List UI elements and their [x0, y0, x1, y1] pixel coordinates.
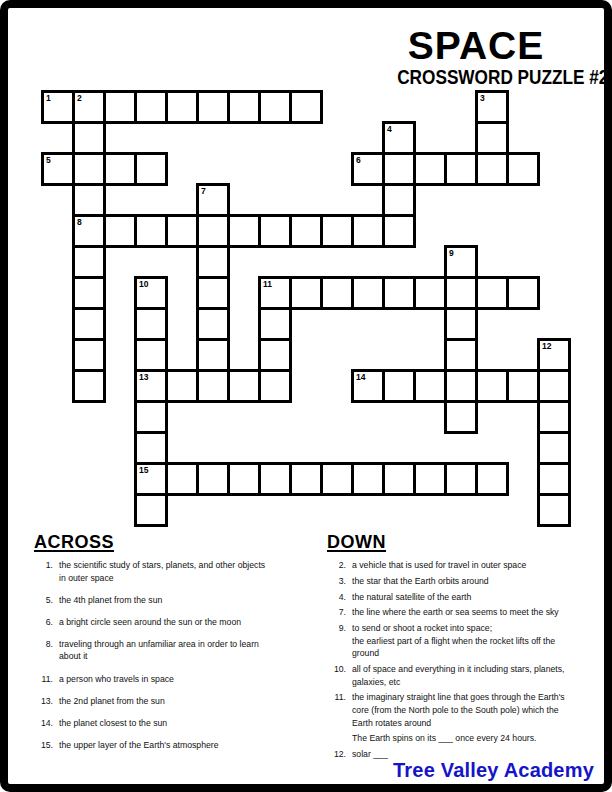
- down-heading: DOWN: [327, 533, 607, 552]
- clue-number: 12.: [325, 748, 346, 761]
- clue-number: 1.: [32, 559, 53, 572]
- grid-cell-r12c4[interactable]: [165, 462, 199, 496]
- clue-line: ground: [352, 647, 607, 660]
- grid-cell-r4c11[interactable]: [382, 214, 416, 248]
- grid-cell-r0c8[interactable]: [289, 90, 323, 124]
- grid-cell-r12c16[interactable]: [537, 462, 571, 496]
- clue-line: the imaginary straight line that goes th…: [352, 691, 607, 704]
- down-clues-list: 2.a vehicle that is used for travel in o…: [325, 559, 607, 761]
- grid-cell-r2c3[interactable]: [134, 152, 168, 186]
- grid-cell-r0c0[interactable]: 1: [41, 90, 75, 124]
- grid-cell-r9c1[interactable]: [72, 369, 106, 403]
- grid-cell-r6c11[interactable]: [382, 276, 416, 310]
- grid-cell-r2c11[interactable]: [382, 152, 416, 186]
- grid-cell-r8c13[interactable]: [444, 338, 478, 372]
- down-clue-9: 9.to send or shoot a rocket into space;t…: [325, 622, 607, 660]
- grid-cell-r9c4[interactable]: [165, 369, 199, 403]
- grid-cell-r9c12[interactable]: [413, 369, 447, 403]
- cell-number-13: 13: [139, 372, 148, 382]
- clue-text: to send or shoot a rocket into space;the…: [352, 622, 607, 660]
- across-clue-11: 11.a person who travels in space: [32, 673, 326, 686]
- clue-line: a bright circle seen around the sun or t…: [59, 616, 326, 629]
- grid-cell-r0c7[interactable]: [258, 90, 292, 124]
- cell-number-1: 1: [46, 93, 51, 103]
- clue-number: 10.: [325, 663, 346, 676]
- page-title: SPACE: [380, 26, 572, 66]
- clue-text: a vehicle that is used for travel in out…: [352, 559, 607, 572]
- cell-number-7: 7: [201, 186, 206, 196]
- grid-cell-r6c7[interactable]: 11: [258, 276, 292, 310]
- clue-number: 14.: [32, 717, 53, 730]
- grid-cell-r5c1[interactable]: [72, 245, 106, 279]
- grid-cell-r6c10[interactable]: [351, 276, 385, 310]
- grid-cell-r6c12[interactable]: [413, 276, 447, 310]
- grid-cell-r10c3[interactable]: [134, 400, 168, 434]
- grid-cell-r9c7[interactable]: [258, 369, 292, 403]
- clue-line: the upper layer of the Earth's atmospher…: [59, 739, 326, 752]
- brand-text: Tree Valley Academy: [393, 759, 594, 782]
- grid-cell-r10c13[interactable]: [444, 400, 478, 434]
- cell-number-4: 4: [387, 124, 392, 134]
- across-clue-5: 5.the 4th planet from the sun: [32, 594, 326, 607]
- cell-number-12: 12: [542, 341, 551, 351]
- grid-cell-r6c1[interactable]: [72, 276, 106, 310]
- clue-number: 11.: [325, 691, 346, 704]
- grid-cell-r7c13[interactable]: [444, 307, 478, 341]
- grid-cell-r7c5[interactable]: [196, 307, 230, 341]
- grid-cell-r12c13[interactable]: [444, 462, 478, 496]
- grid-cell-r0c14[interactable]: 3: [475, 90, 509, 124]
- grid-cell-r8c7[interactable]: [258, 338, 292, 372]
- grid-cell-r3c1[interactable]: [72, 183, 106, 217]
- clue-number: 7.: [325, 606, 346, 619]
- clue-text: the scientific study of stars, planets, …: [59, 559, 326, 584]
- clue-note: The Earth spins on its ___ once every 24…: [352, 732, 607, 745]
- clue-number: 6.: [32, 616, 53, 629]
- grid-cell-r11c16[interactable]: [537, 431, 571, 465]
- clue-line: the star that the Earth orbits around: [352, 575, 607, 588]
- clue-line: the scientific study of stars, planets, …: [59, 559, 326, 572]
- down-clue-10: 10.all of space and everything in it inc…: [325, 663, 607, 688]
- grid-cell-r12c10[interactable]: [351, 462, 385, 496]
- clue-line: in outer space: [59, 572, 326, 585]
- grid-cell-r9c13[interactable]: [444, 369, 478, 403]
- down-clue-3: 3.the star that the Earth orbits around: [325, 575, 607, 588]
- clue-number: 3.: [325, 575, 346, 588]
- clue-text: all of space and everything in it includ…: [352, 663, 607, 688]
- across-section: ACROSS 1.the scientific study of stars, …: [32, 533, 326, 761]
- grid-cell-r8c1[interactable]: [72, 338, 106, 372]
- clue-number: 2.: [325, 559, 346, 572]
- grid-cell-r7c3[interactable]: [134, 307, 168, 341]
- cell-number-11: 11: [263, 279, 272, 289]
- across-heading: ACROSS: [34, 533, 326, 552]
- cell-number-3: 3: [480, 93, 485, 103]
- clue-text: the upper layer of the Earth's atmospher…: [59, 739, 326, 752]
- clue-line: galaxies, etc: [352, 676, 607, 689]
- grid-cell-r4c6[interactable]: [227, 214, 261, 248]
- clue-text: a person who travels in space: [59, 673, 326, 686]
- grid-cell-r2c14[interactable]: [475, 152, 509, 186]
- cell-number-6: 6: [356, 155, 361, 165]
- across-clue-6: 6.a bright circle seen around the sun or…: [32, 616, 326, 629]
- grid-cell-r9c10[interactable]: 14: [351, 369, 385, 403]
- down-clue-4: 4.the natural satellite of the earth: [325, 591, 607, 604]
- grid-cell-r4c4[interactable]: [165, 214, 199, 248]
- grid-cell-r12c7[interactable]: [258, 462, 292, 496]
- grid-cell-r6c15[interactable]: [506, 276, 540, 310]
- clue-line: the planet closest to the sun: [59, 717, 326, 730]
- cell-number-5: 5: [46, 155, 51, 165]
- down-clue-2: 2.a vehicle that is used for travel in o…: [325, 559, 607, 572]
- clue-line: all of space and everything in it includ…: [352, 663, 607, 676]
- grid-cell-r4c2[interactable]: [103, 214, 137, 248]
- grid-cell-r5c5[interactable]: [196, 245, 230, 279]
- grid-cell-r4c1[interactable]: 8: [72, 214, 106, 248]
- clue-text: a bright circle seen around the sun or t…: [59, 616, 326, 629]
- cell-number-14: 14: [356, 372, 365, 382]
- grid-cell-r7c7[interactable]: [258, 307, 292, 341]
- clue-text: traveling through an unfamiliar area in …: [59, 638, 326, 663]
- across-clues-list: 1.the scientific study of stars, planets…: [32, 559, 326, 751]
- grid-cell-r9c15[interactable]: [506, 369, 540, 403]
- down-clue-7: 7.the line where the earth or sea seems …: [325, 606, 607, 619]
- clue-number: 11.: [32, 673, 53, 686]
- clue-number: 8.: [32, 638, 53, 651]
- grid-cell-r6c3[interactable]: 10: [134, 276, 168, 310]
- grid-cell-r1c1[interactable]: [72, 121, 106, 155]
- grid-cell-r0c4[interactable]: [165, 90, 199, 124]
- grid-cell-r10c16[interactable]: [537, 400, 571, 434]
- grid-cell-r9c5[interactable]: [196, 369, 230, 403]
- down-section: DOWN 2.a vehicle that is used for travel…: [325, 533, 607, 764]
- grid-cell-r4c7[interactable]: [258, 214, 292, 248]
- clue-number: 4.: [325, 591, 346, 604]
- grid-cell-r13c16[interactable]: [537, 493, 571, 527]
- across-clue-8: 8.traveling through an unfamiliar area i…: [32, 638, 326, 663]
- grid-cell-r11c3[interactable]: [134, 431, 168, 465]
- clue-line: about it: [59, 650, 326, 663]
- grid-cell-r3c5[interactable]: 7: [196, 183, 230, 217]
- cell-number-10: 10: [139, 279, 148, 289]
- cell-number-9: 9: [449, 248, 454, 258]
- clue-text: the 4th planet from the sun: [59, 594, 326, 607]
- cell-number-8: 8: [77, 217, 82, 227]
- grid-cell-r8c16[interactable]: 12: [537, 338, 571, 372]
- across-clue-14: 14.the planet closest to the sun: [32, 717, 326, 730]
- clue-text: the imaginary straight line that goes th…: [352, 691, 607, 744]
- clue-line: to send or shoot a rocket into space;: [352, 622, 607, 635]
- grid-cell-r12c6[interactable]: [227, 462, 261, 496]
- across-clue-15: 15.the upper layer of the Earth's atmosp…: [32, 739, 326, 752]
- page-subtitle: CROSSWORD PUZZLE #2: [397, 67, 608, 87]
- grid-cell-r0c6[interactable]: [227, 90, 261, 124]
- clue-line: the line where the earth or sea seems to…: [352, 606, 607, 619]
- across-clue-1: 1.the scientific study of stars, planets…: [32, 559, 326, 584]
- grid-cell-r5c13[interactable]: 9: [444, 245, 478, 279]
- clue-number: 15.: [32, 739, 53, 752]
- grid-cell-r2c15[interactable]: [506, 152, 540, 186]
- grid-cell-r0c5[interactable]: [196, 90, 230, 124]
- grid-cell-r1c11[interactable]: 4: [382, 121, 416, 155]
- title-block: SPACE CROSSWORD PUZZLE #2: [380, 26, 572, 88]
- clue-line: the 2nd planet from the sun: [59, 695, 326, 708]
- grid-cell-r12c5[interactable]: [196, 462, 230, 496]
- clue-number: 5.: [32, 594, 53, 607]
- grid-cell-r6c9[interactable]: [320, 276, 354, 310]
- clue-text: the star that the Earth orbits around: [352, 575, 607, 588]
- grid-cell-r8c5[interactable]: [196, 338, 230, 372]
- clue-line: the natural satellite of the earth: [352, 591, 607, 604]
- clue-line: a vehicle that is used for travel in out…: [352, 559, 607, 572]
- grid-cell-r4c8[interactable]: [289, 214, 323, 248]
- grid-cell-r6c5[interactable]: [196, 276, 230, 310]
- clue-line: the earliest part of a flight when the r…: [352, 635, 607, 648]
- clue-number: 13.: [32, 695, 53, 708]
- grid-cell-r9c16[interactable]: [537, 369, 571, 403]
- clue-number: 9.: [325, 622, 346, 635]
- grid-cell-r6c14[interactable]: [475, 276, 509, 310]
- grid-cell-r0c2[interactable]: [103, 90, 137, 124]
- grid-cell-r2c0[interactable]: 5: [41, 152, 75, 186]
- clue-text: the line where the earth or sea seems to…: [352, 606, 607, 619]
- clue-line: Earth rotates around: [352, 717, 607, 730]
- grid-cell-r4c5[interactable]: [196, 214, 230, 248]
- clue-text: the natural satellite of the earth: [352, 591, 607, 604]
- grid-cell-r2c10[interactable]: 6: [351, 152, 385, 186]
- grid-cell-r0c3[interactable]: [134, 90, 168, 124]
- cell-number-2: 2: [77, 93, 82, 103]
- grid-cell-r2c2[interactable]: [103, 152, 137, 186]
- grid-cell-r12c11[interactable]: [382, 462, 416, 496]
- clue-line: the 4th planet from the sun: [59, 594, 326, 607]
- grid-cell-r13c3[interactable]: [134, 493, 168, 527]
- crossword-grid: 123456789101112131415: [41, 90, 574, 530]
- grid-cell-r7c1[interactable]: [72, 307, 106, 341]
- across-clue-13: 13.the 2nd planet from the sun: [32, 695, 326, 708]
- grid-cell-r6c13[interactable]: [444, 276, 478, 310]
- grid-cell-r9c14[interactable]: [475, 369, 509, 403]
- grid-cell-r2c13[interactable]: [444, 152, 478, 186]
- grid-cell-r9c6[interactable]: [227, 369, 261, 403]
- down-clue-11: 11.the imaginary straight line that goes…: [325, 691, 607, 744]
- cell-number-15: 15: [139, 465, 148, 475]
- grid-cell-r9c3[interactable]: 13: [134, 369, 168, 403]
- grid-cell-r4c10[interactable]: [351, 214, 385, 248]
- clue-line: core (from the North pole to the South p…: [352, 704, 607, 717]
- grid-cell-r4c9[interactable]: [320, 214, 354, 248]
- grid-cell-r12c14[interactable]: [475, 462, 509, 496]
- grid-cell-r6c8[interactable]: [289, 276, 323, 310]
- grid-cell-r1c14[interactable]: [475, 121, 509, 155]
- grid-cell-r3c11[interactable]: [382, 183, 416, 217]
- grid-cell-r12c3[interactable]: 15: [134, 462, 168, 496]
- grid-cell-r2c1[interactable]: [72, 152, 106, 186]
- grid-cell-r4c3[interactable]: [134, 214, 168, 248]
- grid-cell-r0c1[interactable]: 2: [72, 90, 106, 124]
- grid-cell-r2c12[interactable]: [413, 152, 447, 186]
- grid-cell-r9c11[interactable]: [382, 369, 416, 403]
- grid-cell-r12c9[interactable]: [320, 462, 354, 496]
- clue-line: a person who travels in space: [59, 673, 326, 686]
- clue-line: traveling through an unfamiliar area in …: [59, 638, 326, 651]
- grid-cell-r12c12[interactable]: [413, 462, 447, 496]
- grid-cell-r8c3[interactable]: [134, 338, 168, 372]
- grid-cell-r12c8[interactable]: [289, 462, 323, 496]
- clue-text: the planet closest to the sun: [59, 717, 326, 730]
- clue-text: the 2nd planet from the sun: [59, 695, 326, 708]
